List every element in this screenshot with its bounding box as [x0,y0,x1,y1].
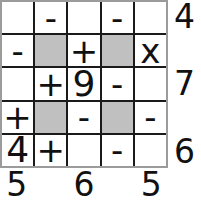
row-target-5: 6 [168,134,201,168]
blocked-cell-r4c2 [35,102,66,133]
number-cell-r5c3[interactable] [68,135,99,166]
given-cell-r3c3: 9 [68,68,99,99]
number-cell-r5c5[interactable] [135,135,166,166]
blocked-cell-r2c2 [35,35,66,66]
operator-cell-r5c4: - [102,135,133,166]
operator-cell-r4c5: - [135,102,166,133]
row-target-3: 7 [168,67,201,101]
col-target-3: 6 [67,168,101,201]
crossmath-puzzle: - - - + x + 9 - + - - 4 + - 4 7 6 5 6 5 [0,0,201,201]
operator-cell-r3c2: + [35,68,66,99]
number-cell-r1c5[interactable] [135,2,166,33]
row-target-1: 4 [168,0,201,34]
operator-cell-r2c3: + [68,35,99,66]
row-targets: 4 7 6 [168,0,201,168]
operator-cell-r4c3: - [68,102,99,133]
col-target-1: 5 [0,168,34,201]
operator-cell-r1c4: - [102,2,133,33]
blocked-cell-r2c4 [102,35,133,66]
operator-cell-r2c1: - [2,35,33,66]
operator-cell-r4c1: + [2,102,33,133]
blocked-cell-r4c4 [102,102,133,133]
column-targets: 5 6 5 [0,168,168,201]
operator-cell-r5c2: + [35,135,66,166]
operator-cell-r2c5: x [135,35,166,66]
operator-cell-r3c4: - [102,68,133,99]
number-cell-r1c3[interactable] [68,2,99,33]
given-cell-r5c1: 4 [2,135,33,166]
puzzle-board: - - - + x + 9 - + - - 4 + - [0,0,168,168]
operator-cell-r1c2: - [35,2,66,33]
col-target-5: 5 [134,168,168,201]
number-cell-r1c1[interactable] [2,2,33,33]
number-cell-r3c1[interactable] [2,68,33,99]
number-cell-r3c5[interactable] [135,68,166,99]
